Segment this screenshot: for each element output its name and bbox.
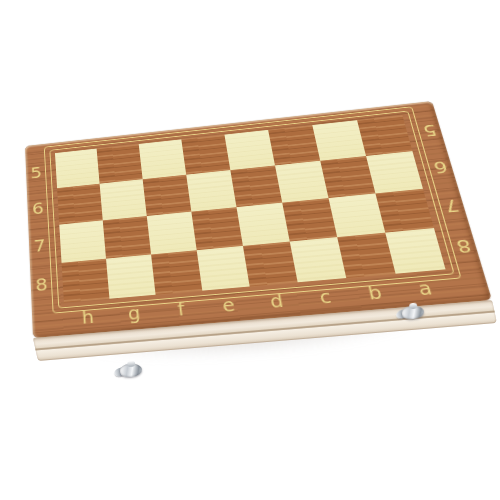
rank-label-left-6: 6 — [32, 200, 45, 217]
file-label-f: f — [176, 300, 185, 318]
square-c6 — [275, 161, 329, 203]
square-f6 — [143, 175, 192, 216]
square-h7 — [59, 220, 106, 262]
rank-label-right-8: 8 — [454, 237, 473, 256]
board-top-face: 5678 5678 hgfedcba — [25, 101, 492, 338]
file-label-g: g — [127, 304, 141, 322]
square-a6 — [366, 151, 423, 193]
file-label-c: c — [318, 287, 333, 306]
square-d5 — [224, 130, 275, 170]
square-d7 — [236, 203, 289, 246]
rank-label-left-7: 7 — [33, 237, 46, 255]
square-g8 — [106, 254, 156, 298]
square-f5 — [139, 139, 187, 179]
square-e5 — [181, 135, 230, 175]
square-g6 — [100, 179, 147, 220]
square-e7 — [191, 207, 243, 250]
file-label-h: h — [81, 308, 94, 326]
file-label-a: a — [416, 279, 434, 298]
square-h8 — [62, 259, 110, 303]
rank-label-left-5: 5 — [30, 164, 42, 180]
file-label-b: b — [366, 283, 383, 302]
square-h5 — [55, 149, 100, 189]
chess-box-photo: 5678 5678 hgfedcba — [0, 0, 500, 500]
square-c7 — [282, 198, 337, 241]
square-e8 — [197, 246, 250, 291]
metal-clasp-right — [395, 303, 431, 323]
file-label-d: d — [269, 292, 285, 311]
square-f7 — [147, 212, 197, 255]
square-d8 — [243, 242, 298, 287]
rank-label-right-5: 5 — [421, 122, 438, 139]
square-d6 — [230, 165, 282, 207]
square-f8 — [151, 250, 202, 295]
square-h6 — [57, 184, 103, 225]
rank-label-right-7: 7 — [442, 197, 461, 215]
rank-label-left-8: 8 — [35, 275, 48, 293]
rank-label-right-6: 6 — [431, 159, 449, 177]
square-e6 — [186, 170, 236, 212]
file-label-e: e — [221, 296, 236, 314]
square-g7 — [103, 216, 151, 259]
square-a5 — [357, 115, 412, 156]
metal-clasp-left — [113, 361, 146, 380]
square-g5 — [97, 144, 143, 184]
square-c5 — [268, 125, 320, 165]
